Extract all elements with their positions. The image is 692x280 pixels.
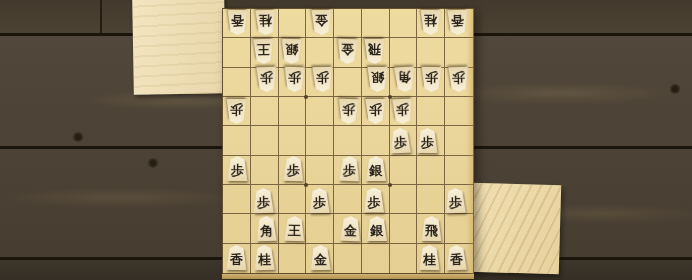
piece-pawn-sente[interactable]: 歩 bbox=[389, 127, 411, 153]
square-3i[interactable] bbox=[390, 244, 418, 273]
piece-kanji: 王 bbox=[252, 43, 273, 57]
piece-face: 角 bbox=[393, 67, 415, 93]
piece-face: 香 bbox=[226, 10, 247, 35]
square-6b[interactable] bbox=[306, 38, 334, 67]
piece-kanji: 歩 bbox=[225, 103, 246, 116]
piece-pawn-sente[interactable]: 歩 bbox=[416, 127, 437, 152]
piece-face: 銀 bbox=[367, 216, 388, 241]
piece-face: 香 bbox=[445, 244, 467, 270]
square-8d[interactable] bbox=[251, 97, 279, 126]
piece-kanji: 歩 bbox=[283, 71, 304, 85]
piece-kanji: 歩 bbox=[338, 164, 359, 178]
piece-pawn-gote[interactable]: 歩 bbox=[447, 67, 469, 93]
piece-kanji: 桂 bbox=[253, 252, 274, 266]
piece-kanji: 歩 bbox=[420, 71, 441, 84]
wood-knot bbox=[72, 132, 84, 142]
square-2d[interactable] bbox=[417, 97, 445, 126]
square-2g[interactable] bbox=[417, 185, 445, 214]
piece-face: 歩 bbox=[389, 127, 411, 153]
square-9h[interactable] bbox=[223, 214, 251, 243]
piece-gold-sente[interactable]: 金 bbox=[339, 216, 361, 242]
piece-silver-gote[interactable]: 銀 bbox=[280, 39, 302, 65]
piece-kanji: 歩 bbox=[311, 71, 332, 84]
piece-face: 歩 bbox=[338, 156, 360, 182]
piece-kanji: 桂 bbox=[254, 14, 275, 28]
square-3b[interactable] bbox=[390, 38, 418, 67]
piece-kanji: 角 bbox=[393, 71, 414, 85]
square-4e[interactable] bbox=[362, 126, 390, 155]
piece-pawn-sente[interactable]: 歩 bbox=[282, 156, 304, 182]
light-wood-plank-top-left bbox=[132, 0, 226, 95]
piece-pawn-gote[interactable]: 歩 bbox=[255, 67, 277, 93]
piece-kanji: 歩 bbox=[255, 71, 276, 85]
piece-face: 歩 bbox=[391, 99, 413, 125]
piece-lance-gote[interactable]: 香 bbox=[226, 10, 247, 35]
piece-face: 歩 bbox=[416, 127, 437, 152]
piece-kanji: 桂 bbox=[418, 253, 439, 266]
piece-kanji: 金 bbox=[310, 14, 331, 27]
piece-kanji: 香 bbox=[225, 253, 246, 266]
piece-knight-gote[interactable]: 桂 bbox=[419, 10, 440, 35]
plank-seam bbox=[100, 0, 102, 33]
piece-face: 桂 bbox=[418, 245, 439, 270]
board-bottom-edge bbox=[222, 274, 474, 279]
piece-face: 金 bbox=[336, 38, 358, 64]
piece-face: 銀 bbox=[280, 39, 302, 65]
piece-kanji: 歩 bbox=[391, 103, 412, 117]
piece-face: 金 bbox=[310, 10, 331, 35]
piece-face: 歩 bbox=[447, 67, 469, 93]
piece-face: 桂 bbox=[254, 10, 276, 36]
square-8f[interactable] bbox=[251, 156, 279, 185]
piece-face: 銀 bbox=[366, 156, 387, 181]
piece-kanji: 金 bbox=[339, 224, 360, 238]
square-7e[interactable] bbox=[279, 126, 307, 155]
piece-pawn-gote[interactable]: 歩 bbox=[391, 99, 413, 125]
piece-face: 歩 bbox=[255, 67, 277, 93]
square-5e[interactable] bbox=[334, 126, 362, 155]
shogi-table-photo: 香桂金桂香王銀金飛歩歩歩銀角歩歩歩歩歩歩歩歩歩歩歩銀歩歩歩歩角王金銀飛香桂金桂香 bbox=[0, 0, 692, 280]
piece-lance-sente[interactable]: 香 bbox=[445, 244, 467, 270]
square-9c[interactable] bbox=[223, 68, 251, 97]
piece-kanji: 歩 bbox=[308, 195, 329, 208]
piece-face: 歩 bbox=[226, 156, 247, 181]
piece-face: 王 bbox=[283, 216, 305, 242]
square-5c[interactable] bbox=[334, 68, 362, 97]
square-7a[interactable] bbox=[279, 9, 307, 38]
piece-face: 銀 bbox=[367, 67, 388, 92]
piece-kanji: 香 bbox=[226, 14, 247, 27]
square-6d[interactable] bbox=[306, 97, 334, 126]
piece-pawn-sente[interactable]: 歩 bbox=[338, 156, 360, 182]
square-9e[interactable] bbox=[223, 126, 251, 155]
piece-pawn-gote[interactable]: 歩 bbox=[225, 99, 246, 124]
star-point bbox=[304, 95, 308, 99]
piece-face: 歩 bbox=[308, 187, 329, 212]
piece-kanji: 歩 bbox=[364, 196, 385, 209]
piece-knight-gote[interactable]: 桂 bbox=[254, 10, 276, 36]
square-6e[interactable] bbox=[306, 126, 334, 155]
piece-face: 歩 bbox=[420, 67, 441, 92]
piece-face: 香 bbox=[225, 245, 246, 270]
wood-knot bbox=[669, 84, 681, 94]
piece-pawn-gote[interactable]: 歩 bbox=[337, 99, 359, 125]
piece-lance-sente[interactable]: 香 bbox=[225, 245, 246, 270]
square-3h[interactable] bbox=[390, 214, 418, 243]
board-side-edge bbox=[466, 9, 474, 274]
piece-lance-gote[interactable]: 香 bbox=[446, 10, 468, 36]
piece-bishop-gote[interactable]: 角 bbox=[393, 67, 415, 93]
piece-face: 香 bbox=[446, 10, 468, 36]
piece-face: 角 bbox=[255, 216, 277, 242]
square-9g[interactable] bbox=[223, 185, 251, 214]
piece-face: 歩 bbox=[282, 156, 304, 182]
piece-knight-sente[interactable]: 桂 bbox=[253, 244, 275, 270]
piece-face: 歩 bbox=[444, 187, 466, 213]
square-2f[interactable] bbox=[417, 156, 445, 185]
piece-knight-sente[interactable]: 桂 bbox=[418, 245, 439, 270]
piece-kanji: 飛 bbox=[364, 43, 385, 56]
piece-face: 金 bbox=[309, 245, 330, 270]
piece-pawn-sente[interactable]: 歩 bbox=[364, 188, 385, 213]
piece-face: 歩 bbox=[365, 99, 386, 124]
piece-face: 飛 bbox=[364, 39, 385, 64]
piece-rook-sente[interactable]: 飛 bbox=[420, 216, 441, 241]
piece-pawn-sente[interactable]: 歩 bbox=[226, 156, 247, 181]
piece-kanji: 歩 bbox=[365, 103, 386, 116]
piece-kanji: 金 bbox=[309, 253, 330, 266]
piece-gold-gote[interactable]: 金 bbox=[310, 10, 331, 35]
piece-king-gote[interactable]: 王 bbox=[252, 39, 274, 65]
piece-bishop-sente[interactable]: 角 bbox=[255, 216, 277, 242]
piece-face: 王 bbox=[252, 39, 274, 65]
piece-face: 歩 bbox=[225, 99, 246, 124]
piece-kanji: 銀 bbox=[366, 164, 387, 177]
light-wood-plank-bottom-right bbox=[469, 183, 561, 274]
square-3a[interactable] bbox=[390, 9, 418, 38]
piece-face: 歩 bbox=[364, 188, 385, 213]
piece-silver-sente[interactable]: 銀 bbox=[367, 216, 388, 241]
piece-kanji: 歩 bbox=[444, 195, 465, 209]
piece-rook-gote[interactable]: 飛 bbox=[364, 39, 385, 64]
piece-face: 歩 bbox=[283, 67, 305, 93]
piece-kanji: 歩 bbox=[447, 71, 468, 85]
piece-kanji: 香 bbox=[445, 252, 466, 266]
piece-kanji: 歩 bbox=[389, 135, 410, 149]
square-6f[interactable] bbox=[306, 156, 334, 185]
piece-kanji: 歩 bbox=[416, 135, 437, 148]
piece-kanji: 王 bbox=[283, 224, 304, 238]
star-point bbox=[388, 95, 392, 99]
piece-face: 歩 bbox=[252, 187, 274, 213]
piece-pawn-gote[interactable]: 歩 bbox=[420, 67, 441, 92]
square-7d[interactable] bbox=[279, 97, 307, 126]
piece-face: 桂 bbox=[419, 10, 440, 35]
wood-knot bbox=[147, 158, 159, 168]
piece-face: 金 bbox=[339, 216, 361, 242]
piece-kanji: 角 bbox=[255, 224, 276, 238]
square-6h[interactable] bbox=[306, 214, 334, 243]
piece-kanji: 歩 bbox=[226, 164, 247, 177]
piece-kanji: 銀 bbox=[367, 224, 388, 237]
piece-gold-sente[interactable]: 金 bbox=[309, 245, 330, 270]
piece-kanji: 桂 bbox=[419, 14, 440, 27]
square-5i[interactable] bbox=[334, 244, 362, 273]
piece-pawn-sente[interactable]: 歩 bbox=[444, 187, 466, 213]
square-7g[interactable] bbox=[279, 185, 307, 214]
square-5g[interactable] bbox=[334, 185, 362, 214]
piece-kanji: 金 bbox=[336, 42, 357, 56]
square-3g[interactable] bbox=[390, 185, 418, 214]
square-3f[interactable] bbox=[390, 156, 418, 185]
piece-king-sente[interactable]: 王 bbox=[283, 216, 305, 242]
piece-pawn-gote[interactable]: 歩 bbox=[283, 67, 305, 93]
piece-kanji: 歩 bbox=[282, 164, 303, 178]
piece-kanji: 歩 bbox=[337, 103, 358, 117]
square-4i[interactable] bbox=[362, 244, 390, 273]
square-7i[interactable] bbox=[279, 244, 307, 273]
square-2b[interactable] bbox=[417, 38, 445, 67]
piece-pawn-sente[interactable]: 歩 bbox=[308, 187, 329, 212]
piece-kanji: 飛 bbox=[420, 224, 441, 237]
piece-kanji: 銀 bbox=[280, 43, 301, 57]
square-5a[interactable] bbox=[334, 9, 362, 38]
piece-silver-gote[interactable]: 銀 bbox=[367, 67, 388, 92]
piece-pawn-gote[interactable]: 歩 bbox=[311, 67, 332, 92]
piece-face: 飛 bbox=[420, 216, 441, 241]
piece-kanji: 香 bbox=[446, 14, 467, 28]
piece-gold-gote[interactable]: 金 bbox=[336, 38, 358, 64]
piece-face: 歩 bbox=[337, 99, 359, 125]
square-8e[interactable] bbox=[251, 126, 279, 155]
square-4a[interactable] bbox=[362, 9, 390, 38]
piece-pawn-sente[interactable]: 歩 bbox=[252, 187, 274, 213]
piece-kanji: 歩 bbox=[252, 195, 273, 209]
piece-pawn-gote[interactable]: 歩 bbox=[365, 99, 386, 124]
piece-face: 歩 bbox=[311, 67, 332, 92]
square-9b[interactable] bbox=[223, 38, 251, 67]
piece-silver-sente[interactable]: 銀 bbox=[366, 156, 387, 181]
piece-kanji: 銀 bbox=[367, 71, 388, 84]
piece-face: 桂 bbox=[253, 244, 275, 270]
